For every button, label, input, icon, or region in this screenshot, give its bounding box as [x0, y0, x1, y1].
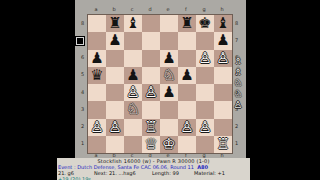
file-label-d: d [141, 6, 159, 12]
next-move: Next: 21. ...hxg6 [94, 171, 152, 176]
piece-black-king-g8: ♚ [196, 15, 214, 32]
square-f3[interactable] [178, 101, 196, 118]
rank-label-8: 8 [233, 14, 240, 31]
square-a6[interactable]: ♟ [88, 50, 106, 67]
square-c1[interactable] [124, 136, 142, 153]
square-b2[interactable]: ♙ [106, 119, 124, 136]
file-label-a: a [87, 6, 105, 12]
piece-white-pawn-b2: ♙ [106, 119, 124, 136]
rank-label-8: 8 [79, 14, 86, 31]
square-a7[interactable] [88, 32, 106, 49]
file-labels-top: abcdefgh [87, 6, 231, 12]
square-g4[interactable] [196, 84, 214, 101]
square-c7[interactable] [124, 32, 142, 49]
square-f7[interactable] [178, 32, 196, 49]
square-h6[interactable]: ♙ [214, 50, 232, 67]
piece-white-pawn-g6: ♙ [196, 50, 214, 67]
square-f6[interactable] [178, 50, 196, 67]
square-b3[interactable] [106, 101, 124, 118]
square-b8[interactable]: ♜ [106, 15, 124, 32]
captured-bishop-icon: ♗ [232, 55, 244, 66]
square-c2[interactable] [124, 119, 142, 136]
engine-eval-line: +19 (20) 19s [57, 177, 250, 180]
rank-label-7: 7 [233, 31, 240, 48]
file-label-b: b [105, 6, 123, 12]
piece-white-pawn-a2: ♙ [88, 119, 106, 136]
square-e2[interactable] [160, 119, 178, 136]
square-b4[interactable] [106, 84, 124, 101]
captured-pieces-tray: ♗♗♘♘♙ [232, 55, 244, 110]
piece-black-pawn-c5: ♟ [124, 67, 142, 84]
square-d4[interactable]: ♙ [142, 84, 160, 101]
square-g6[interactable]: ♙ [196, 50, 214, 67]
square-f5[interactable]: ♟ [178, 67, 196, 84]
square-g5[interactable] [196, 67, 214, 84]
rank-label-5: 5 [79, 66, 86, 83]
square-a2[interactable]: ♙ [88, 119, 106, 136]
file-label-e: e [159, 6, 177, 12]
captured-knight-icon: ♘ [232, 88, 244, 99]
square-e1[interactable]: ♔ [160, 136, 178, 153]
piece-black-rook-f8: ♜ [178, 15, 196, 32]
square-b7[interactable]: ♟ [106, 32, 124, 49]
square-b5[interactable] [106, 67, 124, 84]
piece-black-bishop-h8: ♝ [214, 15, 232, 32]
square-d3[interactable] [142, 101, 160, 118]
piece-white-pawn-d4: ♙ [142, 84, 160, 101]
square-h2[interactable] [214, 119, 232, 136]
piece-black-pawn-f5: ♟ [178, 67, 196, 84]
square-h3[interactable] [214, 101, 232, 118]
black-to-move-indicator [76, 37, 84, 45]
square-f1[interactable] [178, 136, 196, 153]
square-a4[interactable] [88, 84, 106, 101]
game-length: Length: 99 [152, 171, 194, 176]
square-d7[interactable] [142, 32, 160, 49]
square-f4[interactable] [178, 84, 196, 101]
square-d6[interactable] [142, 50, 160, 67]
piece-white-pawn-g2: ♙ [196, 119, 214, 136]
square-g8[interactable]: ♚ [196, 15, 214, 32]
square-c6[interactable] [124, 50, 142, 67]
square-h7[interactable]: ♟ [214, 32, 232, 49]
square-c5[interactable]: ♟ [124, 67, 142, 84]
file-label-f: f [177, 6, 195, 12]
square-d8[interactable] [142, 15, 160, 32]
piece-white-knight-c3: ♘ [124, 101, 142, 118]
file-label-h: h [213, 6, 231, 12]
square-a1[interactable] [88, 136, 106, 153]
square-b6[interactable] [106, 50, 124, 67]
square-b1[interactable] [106, 136, 124, 153]
rank-labels-left: 87654321 [79, 14, 86, 152]
square-d2[interactable]: ♖ [142, 119, 160, 136]
square-a5[interactable]: ♛ [88, 67, 106, 84]
square-e5[interactable]: ♘ [160, 67, 178, 84]
square-c3[interactable]: ♘ [124, 101, 142, 118]
rank-label-1: 1 [233, 135, 240, 152]
square-d5[interactable] [142, 67, 160, 84]
square-h4[interactable] [214, 84, 232, 101]
piece-white-king-e1: ♔ [160, 136, 178, 153]
square-e3[interactable] [160, 101, 178, 118]
captured-pawn-icon: ♙ [232, 99, 244, 110]
piece-white-pawn-f2: ♙ [178, 119, 196, 136]
square-f2[interactable]: ♙ [178, 119, 196, 136]
rank-label-2: 2 [79, 118, 86, 135]
piece-white-rook-h1: ♖ [214, 136, 232, 153]
square-e6[interactable]: ♟ [160, 50, 178, 67]
square-g7[interactable] [196, 32, 214, 49]
rank-label-3: 3 [79, 100, 86, 117]
square-d1[interactable]: ♕ [142, 136, 160, 153]
piece-black-pawn-e4: ♟ [160, 84, 178, 101]
square-g2[interactable]: ♙ [196, 119, 214, 136]
piece-black-pawn-h7: ♟ [214, 32, 232, 49]
captured-knight-icon: ♘ [232, 77, 244, 88]
square-c8[interactable]: ♝ [124, 15, 142, 32]
rank-label-4: 4 [79, 83, 86, 100]
piece-white-rook-d2: ♖ [142, 119, 160, 136]
square-e4[interactable]: ♟ [160, 84, 178, 101]
rank-label-2: 2 [233, 118, 240, 135]
square-a8[interactable] [88, 15, 106, 32]
square-c4[interactable]: ♙ [124, 84, 142, 101]
square-h8[interactable]: ♝ [214, 15, 232, 32]
square-f8[interactable]: ♜ [178, 15, 196, 32]
rank-label-6: 6 [79, 49, 86, 66]
rank-label-1: 1 [79, 135, 86, 152]
square-e7[interactable] [160, 32, 178, 49]
piece-black-rook-b8: ♜ [106, 15, 124, 32]
square-g3[interactable] [196, 101, 214, 118]
square-h1[interactable]: ♖ [214, 136, 232, 153]
square-e8[interactable] [160, 15, 178, 32]
piece-black-bishop-c8: ♝ [124, 15, 142, 32]
square-a3[interactable] [88, 101, 106, 118]
captured-bishop-icon: ♗ [232, 66, 244, 77]
status-panel: Stockfish 16000 (w) - Pawn R 30000 (1-0)… [57, 158, 250, 180]
piece-white-pawn-h6: ♙ [214, 50, 232, 67]
square-g1[interactable] [196, 136, 214, 153]
material-balance: Material: +1 [194, 171, 225, 176]
piece-white-pawn-c4: ♙ [124, 84, 142, 101]
chess-board: ♜♝♜♚♝♟♟♟♟♙♙♛♟♘♟♙♙♟♘♙♙♖♙♙♕♔♖ [87, 14, 233, 154]
piece-black-queen-a5: ♛ [88, 67, 106, 84]
square-h5[interactable] [214, 67, 232, 84]
file-label-g: g [195, 6, 213, 12]
file-label-c: c [123, 6, 141, 12]
piece-white-queen-d1: ♕ [142, 136, 160, 153]
piece-white-knight-e5: ♘ [160, 67, 178, 84]
piece-black-pawn-b7: ♟ [106, 32, 124, 49]
piece-black-pawn-a6: ♟ [88, 50, 106, 67]
piece-black-pawn-e6: ♟ [160, 50, 178, 67]
